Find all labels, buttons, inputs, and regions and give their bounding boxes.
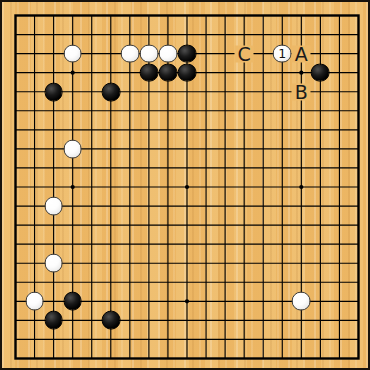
star-point — [185, 299, 189, 303]
white-stone[interactable] — [292, 292, 311, 311]
white-stone[interactable] — [44, 197, 63, 216]
star-point — [299, 185, 303, 189]
point-label-A[interactable]: A — [292, 45, 311, 62]
white-stone[interactable] — [44, 254, 63, 273]
star-point — [71, 185, 75, 189]
go-board: 1ABC — [0, 0, 370, 370]
white-stone[interactable] — [159, 44, 178, 63]
white-stone[interactable] — [25, 292, 44, 311]
white-stone[interactable] — [139, 44, 158, 63]
black-stone[interactable] — [178, 63, 197, 82]
point-label-B[interactable]: B — [292, 83, 311, 100]
black-stone[interactable] — [101, 82, 120, 101]
black-stone[interactable] — [139, 63, 158, 82]
move-number-label: 1 — [274, 45, 291, 62]
black-stone[interactable] — [44, 311, 63, 330]
black-stone[interactable] — [159, 63, 178, 82]
star-point — [185, 185, 189, 189]
black-stone[interactable] — [101, 311, 120, 330]
move-1-stone[interactable]: 1 — [273, 44, 292, 63]
white-stone[interactable] — [63, 44, 82, 63]
star-point — [71, 71, 75, 75]
black-stone[interactable] — [44, 82, 63, 101]
point-label-C[interactable]: C — [235, 45, 254, 62]
white-stone[interactable] — [120, 44, 139, 63]
white-stone[interactable] — [63, 139, 82, 158]
black-stone[interactable] — [63, 292, 82, 311]
black-stone[interactable] — [178, 44, 197, 63]
star-point — [299, 71, 303, 75]
black-stone[interactable] — [311, 63, 330, 82]
